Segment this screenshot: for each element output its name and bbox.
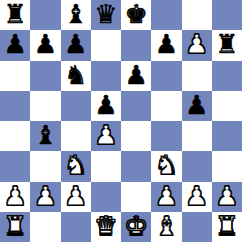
square-c8[interactable]: ♝ [61,0,91,30]
square-a5[interactable] [0,91,30,121]
square-a3[interactable] [0,151,30,181]
square-f8[interactable] [151,0,181,30]
black-king: ♚ [124,0,147,29]
square-a7[interactable]: ♟ [0,30,30,60]
square-g4[interactable] [182,121,212,151]
square-b4[interactable]: ♝ [30,121,60,151]
white-pawn: ♟ [34,182,57,211]
square-b5[interactable] [30,91,60,121]
square-b8[interactable] [30,0,60,30]
white-pawn: ♟ [185,30,208,59]
square-f1[interactable]: ♝ [151,212,181,242]
square-c1[interactable] [61,212,91,242]
square-d3[interactable] [91,151,121,181]
square-e8[interactable]: ♚ [121,0,151,30]
square-d1[interactable]: ♛ [91,212,121,242]
black-pawn: ♟ [94,91,117,120]
square-b6[interactable] [30,61,60,91]
square-e4[interactable] [121,121,151,151]
square-a1[interactable]: ♜ [0,212,30,242]
white-rook: ♜ [3,212,26,241]
square-h8[interactable] [212,0,242,30]
black-bishop: ♝ [34,121,57,150]
black-bishop: ♝ [64,0,87,29]
square-c2[interactable]: ♟ [61,182,91,212]
square-e3[interactable] [121,151,151,181]
square-c3[interactable]: ♞ [61,151,91,181]
square-f5[interactable] [151,91,181,121]
square-c7[interactable]: ♟ [61,30,91,60]
square-f7[interactable]: ♟ [151,30,181,60]
white-knight: ♞ [64,151,87,180]
black-pawn: ♟ [155,30,178,59]
square-g8[interactable] [182,0,212,30]
square-g2[interactable]: ♟ [182,182,212,212]
square-c6[interactable]: ♞ [61,61,91,91]
square-f4[interactable] [151,121,181,151]
black-queen: ♛ [94,0,117,29]
square-e2[interactable] [121,182,151,212]
square-h2[interactable]: ♟ [212,182,242,212]
square-c5[interactable] [61,91,91,121]
square-e6[interactable]: ♟ [121,61,151,91]
square-h1[interactable]: ♜ [212,212,242,242]
square-d7[interactable] [91,30,121,60]
square-d2[interactable] [91,182,121,212]
white-king: ♚ [124,212,147,241]
square-h6[interactable] [212,61,242,91]
square-g7[interactable]: ♟ [182,30,212,60]
black-rook: ♜ [3,0,26,29]
white-pawn: ♟ [3,182,26,211]
black-pawn: ♟ [3,30,26,59]
square-h5[interactable] [212,91,242,121]
white-pawn: ♟ [94,121,117,150]
square-f2[interactable]: ♟ [151,182,181,212]
square-f6[interactable] [151,61,181,91]
square-a2[interactable]: ♟ [0,182,30,212]
white-queen: ♛ [94,212,117,241]
square-h7[interactable]: ♜ [212,30,242,60]
square-a4[interactable] [0,121,30,151]
black-pawn: ♟ [185,91,208,120]
white-pawn: ♟ [155,182,178,211]
square-d4[interactable]: ♟ [91,121,121,151]
square-d6[interactable] [91,61,121,91]
black-knight: ♞ [64,61,87,90]
white-knight: ♞ [155,151,178,180]
white-pawn: ♟ [215,182,238,211]
square-c4[interactable] [61,121,91,151]
square-d8[interactable]: ♛ [91,0,121,30]
square-b2[interactable]: ♟ [30,182,60,212]
square-a8[interactable]: ♜ [0,0,30,30]
square-d5[interactable]: ♟ [91,91,121,121]
black-rook: ♜ [215,30,238,59]
chess-board: ♜♝♛♚♟♟♟♟♟♜♞♟♟♟♝♟♞♞♟♟♟♟♟♟♜♛♚♝♜ [0,0,242,242]
square-f3[interactable]: ♞ [151,151,181,181]
white-rook: ♜ [215,212,238,241]
square-b3[interactable] [30,151,60,181]
white-bishop: ♝ [155,212,178,241]
white-pawn: ♟ [64,182,87,211]
square-e1[interactable]: ♚ [121,212,151,242]
black-pawn: ♟ [64,30,87,59]
square-g3[interactable] [182,151,212,181]
square-h4[interactable] [212,121,242,151]
square-b7[interactable]: ♟ [30,30,60,60]
square-h3[interactable] [212,151,242,181]
square-e7[interactable] [121,30,151,60]
black-pawn: ♟ [124,61,147,90]
square-g6[interactable] [182,61,212,91]
square-g1[interactable] [182,212,212,242]
square-a6[interactable] [0,61,30,91]
black-pawn: ♟ [34,30,57,59]
white-pawn: ♟ [185,182,208,211]
square-b1[interactable] [30,212,60,242]
square-e5[interactable] [121,91,151,121]
square-g5[interactable]: ♟ [182,91,212,121]
